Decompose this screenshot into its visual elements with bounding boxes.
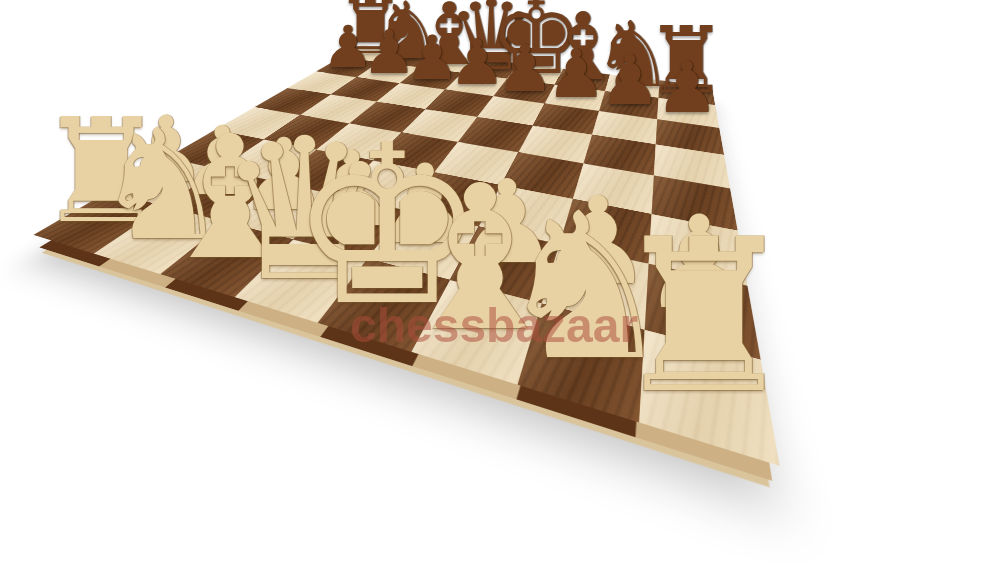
photo-background: ♜♞♝♛♚♝♞♜♟♟♟♟♟♟♟♟♟♟♟♟♟♟♟♟♜♞♝♛♚♝♞♜ chessba… xyxy=(0,0,1000,562)
board-perspective-scene xyxy=(0,0,1000,562)
chess-board xyxy=(33,45,780,466)
